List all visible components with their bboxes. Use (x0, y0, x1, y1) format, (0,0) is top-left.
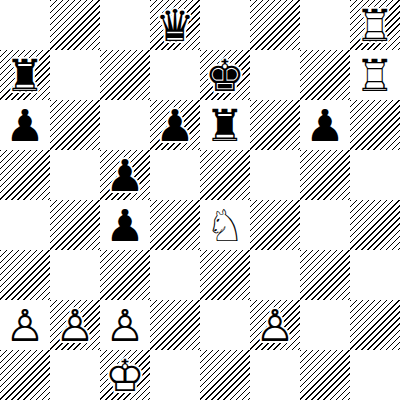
black-pawn-icon: ♟ (150, 100, 200, 150)
square-g6[interactable]: ♟♟ (300, 100, 350, 150)
square-g1[interactable] (300, 350, 350, 400)
square-f6[interactable] (250, 100, 300, 150)
square-c7[interactable] (100, 50, 150, 100)
square-h4[interactable] (350, 200, 400, 250)
square-e1[interactable] (200, 350, 250, 400)
piece-black-rook[interactable]: ♜♜ (200, 100, 250, 150)
square-h2[interactable] (350, 300, 400, 350)
square-d8[interactable]: ♛♛ (150, 0, 200, 50)
square-f5[interactable] (250, 150, 300, 200)
white-pawn-icon: ♙ (250, 300, 300, 350)
white-knight-icon: ♘ (200, 200, 250, 250)
square-f2[interactable]: ♟♙ (250, 300, 300, 350)
square-f3[interactable] (250, 250, 300, 300)
square-c3[interactable] (100, 250, 150, 300)
square-d6[interactable]: ♟♟ (150, 100, 200, 150)
square-f7[interactable] (250, 50, 300, 100)
square-b1[interactable] (50, 350, 100, 400)
square-a2[interactable]: ♟♙ (0, 300, 50, 350)
square-g2[interactable] (300, 300, 350, 350)
square-g8[interactable] (300, 0, 350, 50)
square-a3[interactable] (0, 250, 50, 300)
square-e5[interactable] (200, 150, 250, 200)
square-a8[interactable] (0, 0, 50, 50)
square-f8[interactable] (250, 0, 300, 50)
square-a5[interactable] (0, 150, 50, 200)
piece-black-pawn[interactable]: ♟♟ (150, 100, 200, 150)
black-pawn-icon: ♟ (100, 200, 150, 250)
piece-white-rook[interactable]: ♜♖ (350, 50, 400, 100)
square-e3[interactable] (200, 250, 250, 300)
square-h6[interactable] (350, 100, 400, 150)
square-d2[interactable] (150, 300, 200, 350)
piece-black-queen[interactable]: ♛♛ (150, 0, 200, 50)
black-rook-icon: ♜ (200, 100, 250, 150)
square-f4[interactable] (250, 200, 300, 250)
piece-white-rook[interactable]: ♜♖ (350, 0, 400, 50)
piece-white-pawn[interactable]: ♟♙ (50, 300, 100, 350)
square-c8[interactable] (100, 0, 150, 50)
piece-black-pawn[interactable]: ♟♟ (0, 100, 50, 150)
square-c2[interactable]: ♟♙ (100, 300, 150, 350)
chessboard: ♛♛♜♖♜♜♚♚♜♖♟♟♟♟♜♜♟♟♟♟♟♟♞♘♟♙♟♙♟♙♟♙♚♔ (0, 0, 400, 400)
square-h3[interactable] (350, 250, 400, 300)
piece-white-pawn[interactable]: ♟♙ (0, 300, 50, 350)
square-g7[interactable] (300, 50, 350, 100)
square-h7[interactable]: ♜♖ (350, 50, 400, 100)
white-rook-icon: ♖ (350, 0, 400, 50)
black-pawn-icon: ♟ (0, 100, 50, 150)
square-b7[interactable] (50, 50, 100, 100)
white-king-icon: ♔ (100, 350, 150, 400)
piece-white-knight[interactable]: ♞♘ (200, 200, 250, 250)
square-a1[interactable] (0, 350, 50, 400)
piece-white-king[interactable]: ♚♔ (100, 350, 150, 400)
square-d7[interactable] (150, 50, 200, 100)
piece-black-rook[interactable]: ♜♜ (0, 50, 50, 100)
square-a4[interactable] (0, 200, 50, 250)
square-g3[interactable] (300, 250, 350, 300)
piece-black-pawn[interactable]: ♟♟ (100, 150, 150, 200)
square-d4[interactable] (150, 200, 200, 250)
square-d1[interactable] (150, 350, 200, 400)
white-pawn-icon: ♙ (50, 300, 100, 350)
white-pawn-icon: ♙ (0, 300, 50, 350)
black-pawn-icon: ♟ (100, 150, 150, 200)
square-e4[interactable]: ♞♘ (200, 200, 250, 250)
square-b4[interactable] (50, 200, 100, 250)
black-rook-icon: ♜ (0, 50, 50, 100)
square-c5[interactable]: ♟♟ (100, 150, 150, 200)
square-d3[interactable] (150, 250, 200, 300)
square-e6[interactable]: ♜♜ (200, 100, 250, 150)
piece-black-king[interactable]: ♚♚ (200, 50, 250, 100)
piece-black-pawn[interactable]: ♟♟ (300, 100, 350, 150)
square-b6[interactable] (50, 100, 100, 150)
square-h5[interactable] (350, 150, 400, 200)
square-a7[interactable]: ♜♜ (0, 50, 50, 100)
square-d5[interactable] (150, 150, 200, 200)
black-pawn-icon: ♟ (300, 100, 350, 150)
square-f1[interactable] (250, 350, 300, 400)
piece-white-pawn[interactable]: ♟♙ (100, 300, 150, 350)
piece-black-pawn[interactable]: ♟♟ (100, 200, 150, 250)
piece-white-pawn[interactable]: ♟♙ (250, 300, 300, 350)
square-c6[interactable] (100, 100, 150, 150)
square-c4[interactable]: ♟♟ (100, 200, 150, 250)
square-b8[interactable] (50, 0, 100, 50)
square-b3[interactable] (50, 250, 100, 300)
white-pawn-icon: ♙ (100, 300, 150, 350)
square-h8[interactable]: ♜♖ (350, 0, 400, 50)
white-rook-icon: ♖ (350, 50, 400, 100)
square-g5[interactable] (300, 150, 350, 200)
square-a6[interactable]: ♟♟ (0, 100, 50, 150)
square-h1[interactable] (350, 350, 400, 400)
square-e7[interactable]: ♚♚ (200, 50, 250, 100)
square-g4[interactable] (300, 200, 350, 250)
square-b2[interactable]: ♟♙ (50, 300, 100, 350)
black-king-icon: ♚ (200, 50, 250, 100)
square-e2[interactable] (200, 300, 250, 350)
square-c1[interactable]: ♚♔ (100, 350, 150, 400)
black-queen-icon: ♛ (150, 0, 200, 50)
square-b5[interactable] (50, 150, 100, 200)
square-e8[interactable] (200, 0, 250, 50)
